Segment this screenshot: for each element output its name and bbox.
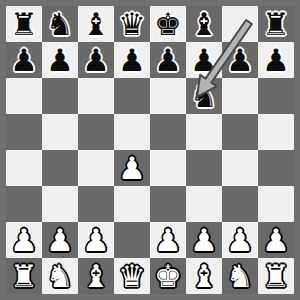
square-h1[interactable]: ♜	[258, 258, 294, 294]
square-h7[interactable]: ♟	[258, 42, 294, 78]
square-e6[interactable]	[150, 78, 186, 114]
square-c6[interactable]	[78, 78, 114, 114]
white-pawn-f2[interactable]: ♟	[186, 222, 222, 258]
square-c8[interactable]: ♝	[78, 6, 114, 42]
white-bishop-c1[interactable]: ♝	[78, 258, 114, 294]
square-a4[interactable]	[6, 150, 42, 186]
square-f1[interactable]: ♝	[186, 258, 222, 294]
black-bishop-c8[interactable]: ♝	[78, 6, 114, 42]
black-pawn-b7[interactable]: ♟	[42, 42, 78, 78]
black-pawn-h7[interactable]: ♟	[258, 42, 294, 78]
square-b6[interactable]	[42, 78, 78, 114]
square-a6[interactable]	[6, 78, 42, 114]
square-b4[interactable]	[42, 150, 78, 186]
chess-board-window: ♜♞♝♛♚♝♜♟♟♟♟♟♟♟♟♞♟♟♟♟♟♟♟♟♜♞♝♛♚♝♞♜	[0, 0, 300, 300]
square-a3[interactable]	[6, 186, 42, 222]
square-f4[interactable]	[186, 150, 222, 186]
white-pawn-h2[interactable]: ♟	[258, 222, 294, 258]
white-pawn-e2[interactable]: ♟	[150, 222, 186, 258]
square-g7[interactable]: ♟	[222, 42, 258, 78]
chess-board: ♜♞♝♛♚♝♜♟♟♟♟♟♟♟♟♞♟♟♟♟♟♟♟♟♜♞♝♛♚♝♞♜	[6, 6, 294, 294]
black-pawn-e7[interactable]: ♟	[150, 42, 186, 78]
square-c3[interactable]	[78, 186, 114, 222]
square-f8[interactable]: ♝	[186, 6, 222, 42]
black-knight-f6[interactable]: ♞	[186, 78, 222, 114]
square-f5[interactable]	[186, 114, 222, 150]
square-b7[interactable]: ♟	[42, 42, 78, 78]
square-g2[interactable]: ♟	[222, 222, 258, 258]
black-queen-d8[interactable]: ♛	[114, 6, 150, 42]
square-e5[interactable]	[150, 114, 186, 150]
white-pawn-d4[interactable]: ♟	[114, 150, 150, 186]
square-f6[interactable]: ♞	[186, 78, 222, 114]
square-e8[interactable]: ♚	[150, 6, 186, 42]
square-e1[interactable]: ♚	[150, 258, 186, 294]
square-h4[interactable]	[258, 150, 294, 186]
square-f7[interactable]: ♟	[186, 42, 222, 78]
square-g3[interactable]	[222, 186, 258, 222]
square-g5[interactable]	[222, 114, 258, 150]
square-c4[interactable]	[78, 150, 114, 186]
white-bishop-f1[interactable]: ♝	[186, 258, 222, 294]
white-pawn-b2[interactable]: ♟	[42, 222, 78, 258]
white-knight-b1[interactable]: ♞	[42, 258, 78, 294]
black-rook-h8[interactable]: ♜	[258, 6, 294, 42]
square-d3[interactable]	[114, 186, 150, 222]
square-a8[interactable]: ♜	[6, 6, 42, 42]
square-g6[interactable]	[222, 78, 258, 114]
square-h3[interactable]	[258, 186, 294, 222]
white-knight-g1[interactable]: ♞	[222, 258, 258, 294]
square-d5[interactable]	[114, 114, 150, 150]
black-pawn-g7[interactable]: ♟	[222, 42, 258, 78]
square-b5[interactable]	[42, 114, 78, 150]
square-a1[interactable]: ♜	[6, 258, 42, 294]
square-e7[interactable]: ♟	[150, 42, 186, 78]
square-f2[interactable]: ♟	[186, 222, 222, 258]
square-b2[interactable]: ♟	[42, 222, 78, 258]
black-king-e8[interactable]: ♚	[150, 6, 186, 42]
white-queen-d1[interactable]: ♛	[114, 258, 150, 294]
black-pawn-d7[interactable]: ♟	[114, 42, 150, 78]
white-rook-a1[interactable]: ♜	[6, 258, 42, 294]
white-rook-h1[interactable]: ♜	[258, 258, 294, 294]
square-d4[interactable]: ♟	[114, 150, 150, 186]
square-e3[interactable]	[150, 186, 186, 222]
square-d7[interactable]: ♟	[114, 42, 150, 78]
square-a5[interactable]	[6, 114, 42, 150]
black-bishop-f8[interactable]: ♝	[186, 6, 222, 42]
square-g1[interactable]: ♞	[222, 258, 258, 294]
white-king-e1[interactable]: ♚	[150, 258, 186, 294]
square-d8[interactable]: ♛	[114, 6, 150, 42]
black-knight-b8[interactable]: ♞	[42, 6, 78, 42]
square-e4[interactable]	[150, 150, 186, 186]
square-d1[interactable]: ♛	[114, 258, 150, 294]
black-pawn-a7[interactable]: ♟	[6, 42, 42, 78]
square-a7[interactable]: ♟	[6, 42, 42, 78]
square-c2[interactable]: ♟	[78, 222, 114, 258]
square-d2[interactable]	[114, 222, 150, 258]
black-rook-a8[interactable]: ♜	[6, 6, 42, 42]
square-d6[interactable]	[114, 78, 150, 114]
square-f3[interactable]	[186, 186, 222, 222]
square-e2[interactable]: ♟	[150, 222, 186, 258]
square-g8[interactable]	[222, 6, 258, 42]
square-c1[interactable]: ♝	[78, 258, 114, 294]
square-b1[interactable]: ♞	[42, 258, 78, 294]
square-a2[interactable]: ♟	[6, 222, 42, 258]
square-g4[interactable]	[222, 150, 258, 186]
black-pawn-c7[interactable]: ♟	[78, 42, 114, 78]
black-pawn-f7[interactable]: ♟	[186, 42, 222, 78]
square-h8[interactable]: ♜	[258, 6, 294, 42]
square-b8[interactable]: ♞	[42, 6, 78, 42]
square-c5[interactable]	[78, 114, 114, 150]
square-b3[interactable]	[42, 186, 78, 222]
square-h5[interactable]	[258, 114, 294, 150]
white-pawn-a2[interactable]: ♟	[6, 222, 42, 258]
square-h2[interactable]: ♟	[258, 222, 294, 258]
white-pawn-c2[interactable]: ♟	[78, 222, 114, 258]
square-h6[interactable]	[258, 78, 294, 114]
square-c7[interactable]: ♟	[78, 42, 114, 78]
white-pawn-g2[interactable]: ♟	[222, 222, 258, 258]
